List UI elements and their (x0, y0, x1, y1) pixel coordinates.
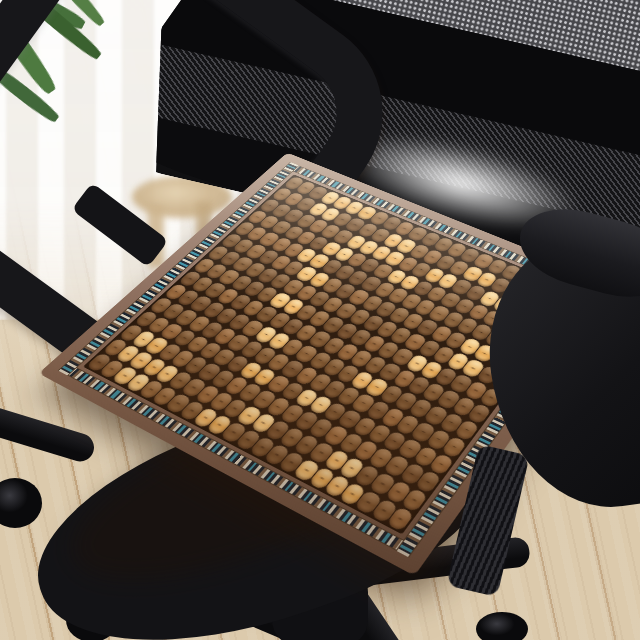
scene (0, 0, 640, 640)
caster-wheel (476, 612, 528, 640)
